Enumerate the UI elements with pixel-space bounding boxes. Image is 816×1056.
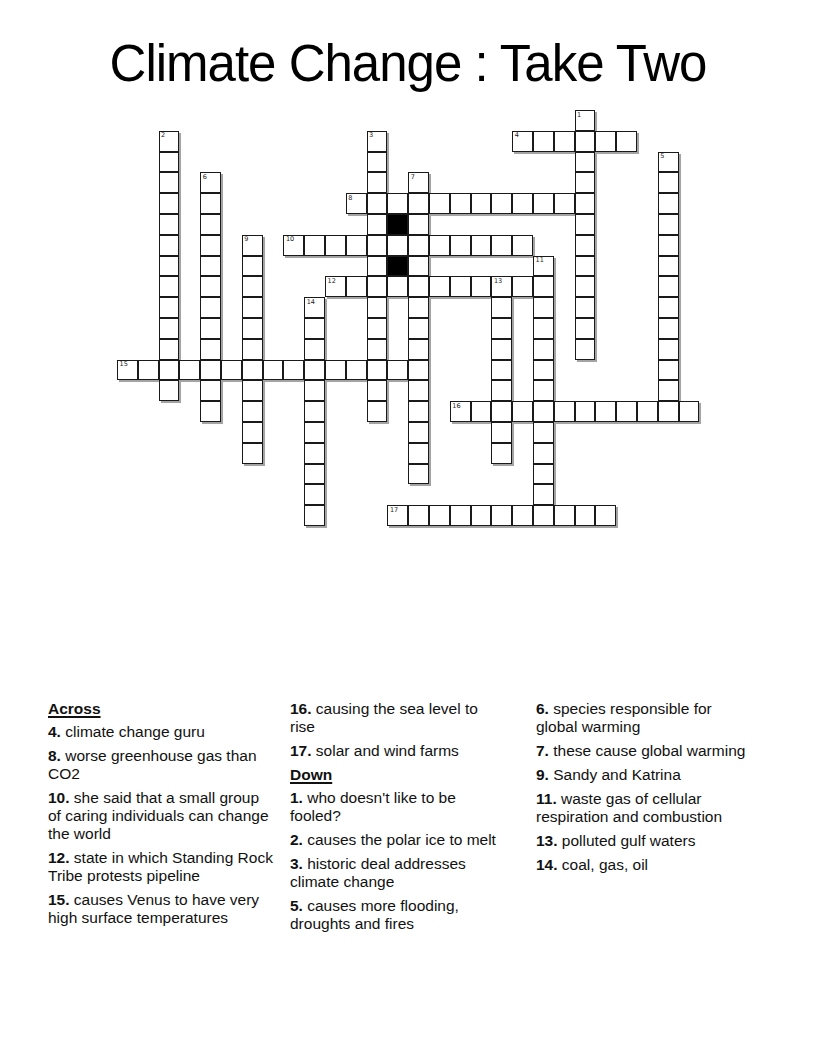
grid-cell-r6c10[interactable]	[325, 235, 346, 256]
clue-number-label: 6.	[536, 700, 549, 717]
black-cell	[387, 214, 408, 235]
grid-cell-r10c18[interactable]	[491, 318, 512, 339]
cell-number-4: 4	[515, 132, 519, 139]
grid-cell-r1c2[interactable]: 2	[159, 131, 180, 152]
grid-cell-r12c13[interactable]	[387, 360, 408, 381]
grid-cell-r11c9[interactable]	[304, 339, 325, 360]
cell-number-16: 16	[452, 403, 460, 410]
grid-cell-r14c12[interactable]	[367, 401, 388, 422]
clue-number-label: 12.	[48, 849, 70, 866]
grid-cell-r19c17[interactable]	[471, 505, 492, 526]
cell-number-2: 2	[161, 132, 165, 139]
clue-number-label: 15.	[48, 891, 70, 908]
clue-number-label: 11.	[536, 790, 557, 807]
grid-cell-r19c14[interactable]	[408, 505, 429, 526]
cell-number-15: 15	[120, 361, 128, 368]
grid-cell-r0c22[interactable]: 1	[575, 110, 596, 131]
grid-cell-r7c6[interactable]	[242, 256, 263, 277]
grid-cell-r2c2[interactable]	[159, 152, 180, 173]
grid-cell-r15c18[interactable]	[491, 422, 512, 443]
grid-cell-r14c6[interactable]	[242, 401, 263, 422]
clue-column-3: 6. species responsible for global warmin…	[536, 700, 754, 880]
grid-cell-r10c6[interactable]	[242, 318, 263, 339]
grid-cell-r15c9[interactable]	[304, 422, 325, 443]
grid-cell-r14c21[interactable]	[554, 401, 575, 422]
clue-number-label: 16.	[290, 700, 312, 717]
grid-cell-r6c16[interactable]	[450, 235, 471, 256]
clue-1: 1. who doesn't like to be fooled?	[290, 789, 502, 825]
clue-number-label: 8.	[48, 747, 61, 764]
grid-cell-r4c26[interactable]	[658, 193, 679, 214]
grid-cell-r17c20[interactable]	[533, 464, 554, 485]
cell-number-13: 13	[494, 278, 502, 285]
grid-cell-r19c18[interactable]	[491, 505, 512, 526]
grid-cell-r14c26[interactable]	[658, 401, 679, 422]
clue-number-label: 14.	[536, 856, 558, 873]
cell-number-1: 1	[577, 112, 581, 119]
grid-cell-r6c11[interactable]	[346, 235, 367, 256]
grid-cell-r14c4[interactable]	[200, 401, 221, 422]
grid-cell-r13c4[interactable]	[200, 380, 221, 401]
grid-cell-r6c8[interactable]: 10	[283, 235, 304, 256]
grid-cell-r11c18[interactable]	[491, 339, 512, 360]
grid-cell-r9c26[interactable]	[658, 297, 679, 318]
grid-cell-r12c26[interactable]	[658, 360, 679, 381]
grid-cell-r3c4[interactable]: 6	[200, 172, 221, 193]
cell-number-9: 9	[244, 236, 248, 243]
grid-cell-r11c26[interactable]	[658, 339, 679, 360]
grid-cell-r16c9[interactable]	[304, 443, 325, 464]
grid-cell-r10c20[interactable]	[533, 318, 554, 339]
grid-cell-r17c9[interactable]	[304, 464, 325, 485]
grid-cell-r4c21[interactable]	[554, 193, 575, 214]
grid-cell-r2c12[interactable]	[367, 152, 388, 173]
grid-cell-r14c16[interactable]: 16	[450, 401, 471, 422]
grid-cell-r2c22[interactable]	[575, 152, 596, 173]
grid-cell-r6c19[interactable]	[512, 235, 533, 256]
cell-number-8: 8	[348, 195, 352, 202]
grid-cell-r12c8[interactable]	[283, 360, 304, 381]
grid-cell-r9c18[interactable]	[491, 297, 512, 318]
grid-cell-r6c9[interactable]	[304, 235, 325, 256]
grid-cell-r12c5[interactable]	[221, 360, 242, 381]
grid-cell-r14c23[interactable]	[595, 401, 616, 422]
grid-cell-r12c4[interactable]	[200, 360, 221, 381]
grid-cell-r4c19[interactable]	[512, 193, 533, 214]
grid-cell-r7c4[interactable]	[200, 256, 221, 277]
clue-number-label: 9.	[536, 766, 549, 783]
crossword-page: Climate Change : Take Two 12345678910111…	[0, 0, 816, 1056]
grid-cell-r10c14[interactable]	[408, 318, 429, 339]
clue-4: 4. climate change guru	[48, 723, 276, 741]
grid-cell-r4c13[interactable]	[387, 193, 408, 214]
grid-cell-r19c22[interactable]	[575, 505, 596, 526]
clue-number-label: 5.	[290, 897, 303, 914]
grid-cell-r9c2[interactable]	[159, 297, 180, 318]
grid-cell-r16c20[interactable]	[533, 443, 554, 464]
grid-cell-r9c20[interactable]	[533, 297, 554, 318]
grid-cell-r1c21[interactable]	[554, 131, 575, 152]
clue-3: 3. historic deal addresses climate chang…	[290, 855, 502, 891]
grid-cell-r14c9[interactable]	[304, 401, 325, 422]
grid-cell-r9c14[interactable]	[408, 297, 429, 318]
clue-12: 12. state in which Standing Rock Tribe p…	[48, 849, 276, 885]
grid-cell-r14c25[interactable]	[637, 401, 658, 422]
clue-5: 5. causes more flooding, droughts and fi…	[290, 897, 502, 933]
grid-cell-r7c26[interactable]	[658, 256, 679, 277]
grid-cell-r7c12[interactable]	[367, 256, 388, 277]
puzzle-title: Climate Change : Take Two	[0, 34, 816, 93]
cell-number-3: 3	[369, 132, 373, 139]
clue-column-2: 16. causing the sea level to rise17. sol…	[290, 700, 502, 939]
across-header: Across	[48, 700, 276, 718]
clue-10: 10. she said that a small group of carin…	[48, 789, 276, 843]
grid-cell-r9c22[interactable]	[575, 297, 596, 318]
grid-cell-r19c15[interactable]	[429, 505, 450, 526]
clue-13: 13. polluted gulf waters	[536, 832, 754, 850]
grid-cell-r8c18[interactable]: 13	[491, 276, 512, 297]
grid-cell-r4c18[interactable]	[491, 193, 512, 214]
grid-cell-r9c4[interactable]	[200, 297, 221, 318]
grid-cell-r6c6[interactable]: 9	[242, 235, 263, 256]
grid-cell-r13c9[interactable]	[304, 380, 325, 401]
grid-cell-r5c4[interactable]	[200, 214, 221, 235]
grid-cell-r5c22[interactable]	[575, 214, 596, 235]
clue-number-label: 2.	[290, 831, 303, 848]
grid-cell-r13c2[interactable]	[159, 380, 180, 401]
grid-cell-r12c6[interactable]	[242, 360, 263, 381]
grid-cell-r1c19[interactable]: 4	[512, 131, 533, 152]
grid-cell-r11c22[interactable]	[575, 339, 596, 360]
grid-cell-r11c14[interactable]	[408, 339, 429, 360]
grid-cell-r7c14[interactable]	[408, 256, 429, 277]
clue-number-label: 17.	[290, 742, 312, 759]
grid-cell-r14c14[interactable]	[408, 401, 429, 422]
grid-cell-r15c6[interactable]	[242, 422, 263, 443]
grid-cell-r7c20[interactable]: 11	[533, 256, 554, 277]
grid-cell-r18c20[interactable]	[533, 484, 554, 505]
grid-cell-r4c14[interactable]	[408, 193, 429, 214]
clue-11: 11. waste gas of cellular respiration an…	[536, 790, 754, 826]
grid-cell-r6c14[interactable]	[408, 235, 429, 256]
grid-cell-r1c23[interactable]	[595, 131, 616, 152]
clue-number-label: 10.	[48, 789, 70, 806]
grid-cell-r3c14[interactable]: 7	[408, 172, 429, 193]
grid-cell-r12c0[interactable]: 15	[117, 360, 138, 381]
grid-cell-r6c12[interactable]	[367, 235, 388, 256]
clue-16: 16. causing the sea level to rise	[290, 700, 502, 736]
grid-cell-r19c16[interactable]	[450, 505, 471, 526]
grid-cell-r7c22[interactable]	[575, 256, 596, 277]
grid-cell-r8c10[interactable]: 12	[325, 276, 346, 297]
clue-number-label: 3.	[290, 855, 303, 872]
grid-cell-r12c11[interactable]	[346, 360, 367, 381]
grid-cell-r12c12[interactable]	[367, 360, 388, 381]
grid-cell-r10c22[interactable]	[575, 318, 596, 339]
grid-cell-r8c14[interactable]	[408, 276, 429, 297]
grid-cell-r4c17[interactable]	[471, 193, 492, 214]
grid-cell-r10c2[interactable]	[159, 318, 180, 339]
grid-cell-r11c4[interactable]	[200, 339, 221, 360]
grid-cell-r15c20[interactable]	[533, 422, 554, 443]
clue-column-1: Across4. climate change guru8. worse gre…	[48, 700, 276, 933]
grid-cell-r12c10[interactable]	[325, 360, 346, 381]
grid-cell-r11c20[interactable]	[533, 339, 554, 360]
grid-cell-r19c19[interactable]	[512, 505, 533, 526]
grid-cell-r19c21[interactable]	[554, 505, 575, 526]
grid-cell-r4c2[interactable]	[159, 193, 180, 214]
grid-cell-r8c4[interactable]	[200, 276, 221, 297]
grid-cell-r11c6[interactable]	[242, 339, 263, 360]
grid-cell-r4c4[interactable]	[200, 193, 221, 214]
grid-cell-r8c13[interactable]	[387, 276, 408, 297]
grid-cell-r1c12[interactable]: 3	[367, 131, 388, 152]
grid-cell-r13c20[interactable]	[533, 380, 554, 401]
grid-cell-r8c2[interactable]	[159, 276, 180, 297]
grid-cell-r9c9[interactable]: 14	[304, 297, 325, 318]
grid-cell-r12c18[interactable]	[491, 360, 512, 381]
grid-cell-r1c22[interactable]	[575, 131, 596, 152]
grid-cell-r11c2[interactable]	[159, 339, 180, 360]
grid-cell-r14c22[interactable]	[575, 401, 596, 422]
grid-cell-r6c4[interactable]	[200, 235, 221, 256]
grid-cell-r5c2[interactable]	[159, 214, 180, 235]
grid-cell-r8c26[interactable]	[658, 276, 679, 297]
clue-14: 14. coal, gas, oil	[536, 856, 754, 874]
cell-number-6: 6	[203, 174, 207, 181]
clue-number-label: 7.	[536, 742, 549, 759]
grid-cell-r3c12[interactable]	[367, 172, 388, 193]
cell-number-17: 17	[390, 507, 398, 514]
grid-cell-r5c12[interactable]	[367, 214, 388, 235]
clue-15: 15. causes Venus to have very high surfa…	[48, 891, 276, 927]
grid-cell-r19c13[interactable]: 17	[387, 505, 408, 526]
grid-cell-r8c12[interactable]	[367, 276, 388, 297]
grid-cell-r11c12[interactable]	[367, 339, 388, 360]
grid-cell-r3c22[interactable]	[575, 172, 596, 193]
grid-cell-r19c20[interactable]	[533, 505, 554, 526]
grid-cell-r1c24[interactable]	[616, 131, 637, 152]
grid-cell-r6c17[interactable]	[471, 235, 492, 256]
grid-cell-r12c9[interactable]	[304, 360, 325, 381]
grid-cell-r6c13[interactable]	[387, 235, 408, 256]
grid-cell-r16c14[interactable]	[408, 443, 429, 464]
down-header: Down	[290, 766, 502, 784]
grid-cell-r8c11[interactable]	[346, 276, 367, 297]
grid-cell-r4c16[interactable]	[450, 193, 471, 214]
grid-cell-r6c26[interactable]	[658, 235, 679, 256]
grid-cell-r12c3[interactable]	[179, 360, 200, 381]
grid-cell-r13c26[interactable]	[658, 380, 679, 401]
clue-8: 8. worse greenhouse gas than CO2	[48, 747, 276, 783]
grid-cell-r3c2[interactable]	[159, 172, 180, 193]
grid-cell-r8c22[interactable]	[575, 276, 596, 297]
grid-cell-r15c14[interactable]	[408, 422, 429, 443]
cell-number-12: 12	[328, 278, 336, 285]
grid-cell-r8c20[interactable]	[533, 276, 554, 297]
grid-cell-r10c12[interactable]	[367, 318, 388, 339]
grid-cell-r7c2[interactable]	[159, 256, 180, 277]
grid-cell-r12c20[interactable]	[533, 360, 554, 381]
grid-cell-r14c18[interactable]	[491, 401, 512, 422]
grid-cell-r5c14[interactable]	[408, 214, 429, 235]
grid-cell-r6c18[interactable]	[491, 235, 512, 256]
cell-number-5: 5	[660, 153, 664, 160]
cell-number-10: 10	[286, 236, 294, 243]
clue-2: 2. causes the polar ice to melt	[290, 831, 502, 849]
grid-cell-r6c22[interactable]	[575, 235, 596, 256]
cell-number-14: 14	[307, 299, 315, 306]
grid-cell-r19c23[interactable]	[595, 505, 616, 526]
grid-cell-r16c18[interactable]	[491, 443, 512, 464]
grid-cell-r6c15[interactable]	[429, 235, 450, 256]
grid-cell-r13c6[interactable]	[242, 380, 263, 401]
grid-cell-r4c20[interactable]	[533, 193, 554, 214]
cell-number-11: 11	[536, 257, 544, 264]
grid-cell-r19c9[interactable]	[304, 505, 325, 526]
grid-cell-r10c26[interactable]	[658, 318, 679, 339]
grid-cell-r10c9[interactable]	[304, 318, 325, 339]
grid-cell-r14c17[interactable]	[471, 401, 492, 422]
grid-cell-r8c19[interactable]	[512, 276, 533, 297]
cell-number-7: 7	[411, 174, 415, 181]
grid-cell-r12c2[interactable]	[159, 360, 180, 381]
grid-cell-r14c19[interactable]	[512, 401, 533, 422]
grid-cell-r14c27[interactable]	[679, 401, 700, 422]
grid-cell-r8c6[interactable]	[242, 276, 263, 297]
grid-cell-r18c9[interactable]	[304, 484, 325, 505]
grid-cell-r13c12[interactable]	[367, 380, 388, 401]
crossword-board: 1234567891011121314151617	[117, 110, 700, 526]
grid-cell-r4c12[interactable]	[367, 193, 388, 214]
grid-cell-r3c26[interactable]	[658, 172, 679, 193]
grid-cell-r13c18[interactable]	[491, 380, 512, 401]
clue-6: 6. species responsible for global warmin…	[536, 700, 754, 736]
grid-cell-r14c20[interactable]	[533, 401, 554, 422]
clue-number-label: 1.	[290, 789, 303, 806]
grid-cell-r4c11[interactable]: 8	[346, 193, 367, 214]
grid-cell-r5c26[interactable]	[658, 214, 679, 235]
grid-cell-r6c2[interactable]	[159, 235, 180, 256]
grid-cell-r2c26[interactable]: 5	[658, 152, 679, 173]
grid-cell-r4c22[interactable]	[575, 193, 596, 214]
clue-number-label: 4.	[48, 723, 61, 740]
grid-cell-r14c24[interactable]	[616, 401, 637, 422]
clue-9: 9. Sandy and Katrina	[536, 766, 754, 784]
clue-17: 17. solar and wind farms	[290, 742, 502, 760]
grid-cell-r1c20[interactable]	[533, 131, 554, 152]
grid-cell-r8c15[interactable]	[429, 276, 450, 297]
clue-number-label: 13.	[536, 832, 558, 849]
grid-cell-r8c17[interactable]	[471, 276, 492, 297]
grid-cell-r12c7[interactable]	[263, 360, 284, 381]
clue-7: 7. these cause global warming	[536, 742, 754, 760]
grid-cell-r9c6[interactable]	[242, 297, 263, 318]
grid-cell-r10c4[interactable]	[200, 318, 221, 339]
grid-cell-r13c14[interactable]	[408, 380, 429, 401]
grid-cell-r17c14[interactable]	[408, 464, 429, 485]
grid-cell-r8c16[interactable]	[450, 276, 471, 297]
grid-cell-r12c1[interactable]	[138, 360, 159, 381]
grid-cell-r12c14[interactable]	[408, 360, 429, 381]
grid-cell-r4c15[interactable]	[429, 193, 450, 214]
black-cell	[387, 256, 408, 277]
grid-cell-r9c12[interactable]	[367, 297, 388, 318]
grid-cell-r16c6[interactable]	[242, 443, 263, 464]
